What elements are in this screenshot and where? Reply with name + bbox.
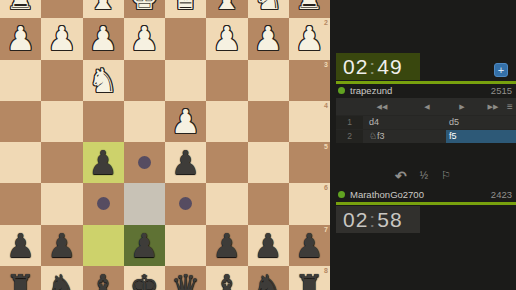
takeback-icon[interactable]: ↶: [395, 168, 407, 184]
square-b1[interactable]: ♞: [248, 0, 289, 18]
square-h6[interactable]: [0, 183, 41, 224]
black-pawn-c7[interactable]: ♟: [212, 229, 242, 262]
resign-flag-icon[interactable]: ⚐: [441, 169, 451, 182]
square-e3[interactable]: [124, 60, 165, 101]
square-e5[interactable]: [124, 142, 165, 183]
app: ♜♝♚♛♝♞♜1♟♟♟♟♟♟♟2♞3♟4♟♟56♟♟♟♟♟♟7♜♞♝♚♛♝♞♜8…: [0, 0, 516, 290]
square-b8[interactable]: ♞: [248, 266, 289, 290]
square-c4[interactable]: [206, 101, 247, 142]
square-c3[interactable]: [206, 60, 247, 101]
square-h8[interactable]: ♜: [0, 266, 41, 290]
square-g2[interactable]: ♟: [41, 18, 82, 59]
white-king-e1[interactable]: ♚: [130, 0, 160, 14]
premove-dest-dot-f6[interactable]: [97, 197, 110, 210]
square-e1[interactable]: ♚: [124, 0, 165, 18]
square-a2[interactable]: ♟2: [289, 18, 330, 59]
square-g6[interactable]: [41, 183, 82, 224]
square-f6[interactable]: [83, 183, 124, 224]
white-pawn-d4[interactable]: ♟: [171, 105, 201, 138]
square-c1[interactable]: ♝: [206, 0, 247, 18]
square-h5[interactable]: [0, 142, 41, 183]
move-number: 2: [336, 130, 363, 143]
white-rook-a1[interactable]: ♜: [295, 0, 325, 14]
white-pawn-b2[interactable]: ♟: [253, 22, 283, 55]
white-pawn-c2[interactable]: ♟: [212, 22, 242, 55]
rank-coordinate-label: 4: [324, 102, 328, 109]
black-queen-d8[interactable]: ♛: [171, 270, 201, 290]
square-c7[interactable]: ♟: [206, 225, 247, 266]
square-g5[interactable]: [41, 142, 82, 183]
clock-minutes: 02: [343, 55, 368, 78]
square-d8[interactable]: ♛: [165, 266, 206, 290]
square-b2[interactable]: ♟: [248, 18, 289, 59]
square-g3[interactable]: [41, 60, 82, 101]
online-indicator-icon: [338, 87, 345, 94]
player-white-rating: 2515: [491, 85, 512, 96]
square-a6[interactable]: 6: [289, 183, 330, 224]
clock-white-active: 02:49: [336, 53, 420, 80]
black-pawn-e7[interactable]: ♟: [130, 229, 160, 262]
square-a4[interactable]: 4: [289, 101, 330, 142]
square-e2[interactable]: ♟: [124, 18, 165, 59]
square-g1[interactable]: [41, 0, 82, 18]
player-accent-line: [336, 202, 516, 205]
white-pawn-g2[interactable]: ♟: [47, 22, 77, 55]
square-e8[interactable]: ♚: [124, 266, 165, 290]
white-pawn-h2[interactable]: ♟: [6, 22, 36, 55]
black-rook-h8[interactable]: ♜: [6, 270, 36, 290]
move-white[interactable]: ♘f3: [363, 130, 446, 143]
rank-coordinate-label: 5: [324, 143, 328, 150]
black-pawn-a7[interactable]: ♟: [295, 229, 325, 262]
square-d5[interactable]: ♟: [165, 142, 206, 183]
square-f2[interactable]: ♟: [83, 18, 124, 59]
square-d6[interactable]: [165, 183, 206, 224]
move-black[interactable]: d5: [446, 116, 516, 129]
black-pawn-g7[interactable]: ♟: [47, 229, 77, 262]
player-black-name[interactable]: MarathonGo2700: [350, 189, 424, 200]
white-bishop-c1[interactable]: ♝: [212, 0, 242, 14]
square-c8[interactable]: ♝: [206, 266, 247, 290]
player-white-row: trapezund 2515: [338, 84, 512, 97]
square-g7[interactable]: ♟: [41, 225, 82, 266]
move-row: 2♘f3f5: [336, 129, 516, 143]
square-c5[interactable]: [206, 142, 247, 183]
square-g4[interactable]: [41, 101, 82, 142]
square-c2[interactable]: ♟: [206, 18, 247, 59]
square-e6[interactable]: [124, 183, 165, 224]
square-d4[interactable]: ♟: [165, 101, 206, 142]
move-list: ◀◀◀▶▶▶≡ 1d4d52♘f3f5: [336, 98, 516, 143]
clock-seconds: 58: [377, 208, 402, 231]
offer-draw-icon[interactable]: ½: [420, 170, 428, 181]
clock-colon: :: [368, 55, 377, 78]
chess-board: ♜♝♚♛♝♞♜1♟♟♟♟♟♟♟2♞3♟4♟♟56♟♟♟♟♟♟7♜♞♝♚♛♝♞♜8: [0, 0, 330, 290]
square-e4[interactable]: [124, 101, 165, 142]
game-actions: ↶ ½ ⚐: [330, 166, 516, 185]
square-a3[interactable]: 3: [289, 60, 330, 101]
square-b3[interactable]: [248, 60, 289, 101]
square-h4[interactable]: [0, 101, 41, 142]
player-black-row: MarathonGo2700 2423: [338, 188, 512, 201]
square-f3[interactable]: ♞: [83, 60, 124, 101]
square-f1[interactable]: ♝: [83, 0, 124, 18]
black-rook-a8[interactable]: ♜: [295, 270, 325, 290]
square-b7[interactable]: ♟: [248, 225, 289, 266]
square-a5[interactable]: 5: [289, 142, 330, 183]
square-e7[interactable]: ♟: [124, 225, 165, 266]
black-bishop-f8[interactable]: ♝: [88, 270, 118, 290]
black-king-e8[interactable]: ♚: [130, 270, 160, 290]
black-pawn-f5[interactable]: ♟: [88, 146, 118, 179]
square-a7[interactable]: ♟7: [289, 225, 330, 266]
move-number: 1: [336, 116, 363, 129]
square-a8[interactable]: ♜8: [289, 266, 330, 290]
menu-move-button[interactable]: ≡: [499, 98, 516, 115]
square-h1[interactable]: ♜: [0, 0, 41, 18]
white-pawn-f2[interactable]: ♟: [88, 22, 118, 55]
rank-coordinate-label: 7: [324, 226, 328, 233]
move-row: 1d4d5: [336, 115, 516, 129]
square-b6[interactable]: [248, 183, 289, 224]
clock-minutes: 02: [343, 208, 368, 231]
clock-colon: :: [368, 208, 377, 231]
next-move-button[interactable]: ▶: [451, 98, 473, 115]
clock-seconds: 49: [377, 55, 402, 78]
square-a1[interactable]: ♜1: [289, 0, 330, 18]
square-d3[interactable]: [165, 60, 206, 101]
square-d1[interactable]: ♛: [165, 0, 206, 18]
square-d7[interactable]: [165, 225, 206, 266]
online-indicator-icon: [338, 191, 345, 198]
black-pawn-d5[interactable]: ♟: [171, 146, 201, 179]
premove-dest-dot-e5[interactable]: [138, 156, 151, 169]
clock-black: 02:58: [336, 206, 420, 233]
player-white-name[interactable]: trapezund: [350, 85, 392, 96]
square-d2[interactable]: [165, 18, 206, 59]
black-knight-g8[interactable]: ♞: [47, 270, 77, 290]
move-list-controls: ◀◀◀▶▶▶≡: [336, 98, 516, 115]
white-queen-d1[interactable]: ♛: [171, 0, 201, 14]
white-pawn-e2[interactable]: ♟: [130, 22, 160, 55]
black-bishop-c8[interactable]: ♝: [212, 270, 242, 290]
square-b5[interactable]: [248, 142, 289, 183]
square-c6[interactable]: [206, 183, 247, 224]
move-white[interactable]: d4: [363, 116, 446, 129]
rank-coordinate-label: 3: [324, 61, 328, 68]
square-h3[interactable]: [0, 60, 41, 101]
first-move-button[interactable]: ◀◀: [371, 98, 393, 115]
square-f8[interactable]: ♝: [83, 266, 124, 290]
rank-coordinate-label: 8: [324, 267, 328, 274]
square-h7[interactable]: ♟: [0, 225, 41, 266]
square-f7[interactable]: [83, 225, 124, 266]
white-knight-b1[interactable]: ♞: [253, 0, 283, 14]
black-knight-b8[interactable]: ♞: [253, 270, 283, 290]
rank-coordinate-label: 2: [324, 19, 328, 26]
white-rook-h1[interactable]: ♜: [6, 0, 36, 14]
white-pawn-a2[interactable]: ♟: [295, 22, 325, 55]
white-bishop-f1[interactable]: ♝: [88, 0, 118, 14]
square-b4[interactable]: [248, 101, 289, 142]
previous-move-button[interactable]: ◀: [416, 98, 438, 115]
black-pawn-b7[interactable]: ♟: [253, 229, 283, 262]
player-black-rating: 2423: [491, 189, 512, 200]
move-black[interactable]: f5: [446, 130, 516, 143]
premove-dest-dot-d6[interactable]: [179, 197, 192, 210]
square-g8[interactable]: ♞: [41, 266, 82, 290]
black-pawn-h7[interactable]: ♟: [6, 229, 36, 262]
square-f4[interactable]: [83, 101, 124, 142]
rank-coordinate-label: 6: [324, 184, 328, 191]
move-rows: 1d4d52♘f3f5: [336, 115, 516, 143]
side-panel: 02:49 + trapezund 2515 ◀◀◀▶▶▶≡ 1d4d52♘f3…: [330, 0, 516, 290]
square-h2[interactable]: ♟: [0, 18, 41, 59]
white-knight-f3[interactable]: ♞: [88, 64, 118, 97]
give-more-time-button[interactable]: +: [494, 63, 508, 77]
square-f5[interactable]: ♟: [83, 142, 124, 183]
